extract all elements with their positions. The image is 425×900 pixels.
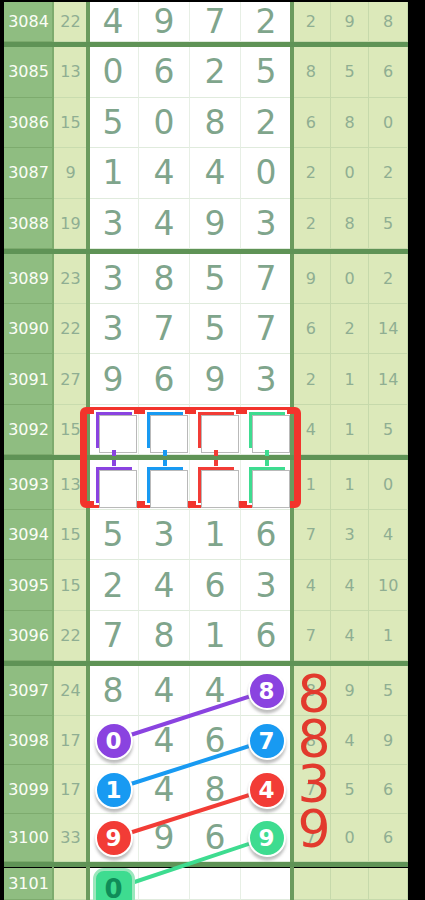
table-row: 3101 [4, 868, 408, 900]
digit-cell: 7 [241, 304, 292, 354]
digit-cell: 3 [88, 304, 139, 354]
dashed-connector [214, 450, 218, 466]
selected-tile[interactable]: 5 [247, 410, 287, 450]
group-separator [4, 661, 408, 666]
stat-cell: 1 [331, 354, 370, 405]
digit-cell: 9 [139, 2, 190, 42]
stat-cell: 5 [369, 666, 408, 716]
tile-shadow-plate [252, 415, 290, 453]
sum-cell: 15 [53, 98, 88, 149]
digit-cell: 8 [139, 611, 190, 661]
stat-cell [331, 868, 370, 900]
digit-cell [190, 868, 241, 900]
digit-cell: 6 [190, 716, 241, 765]
period-cell: 3084 [4, 2, 53, 42]
stat-cell: 2 [292, 199, 331, 250]
stat-cell: 8 [331, 98, 370, 149]
digit-cell: 3 [241, 354, 292, 405]
lottery-trend-chart: 3084224972298308513062585630861550826803… [0, 0, 425, 900]
stat-cell: 2 [331, 304, 370, 354]
group-separator [4, 42, 408, 47]
stat-cell: 4 [331, 611, 370, 661]
sum-cell: 19 [53, 199, 88, 250]
table-row: 30951524634410 [4, 560, 408, 611]
digit-cell: 3 [241, 199, 292, 250]
digit-cell: 5 [190, 254, 241, 304]
stat-cell: 0 [331, 148, 370, 199]
stat-cell: 4 [331, 716, 370, 765]
period-cell: 3092 [4, 405, 53, 455]
sum-cell: 33 [53, 814, 88, 862]
column-separator [52, 2, 54, 900]
period-cell: 3096 [4, 611, 53, 661]
tile-shadow-plate [150, 470, 188, 508]
digit-cell: 6 [139, 354, 190, 405]
table-row: 31003396706 [4, 814, 408, 862]
digit-cell: 8 [139, 254, 190, 304]
digit-cell: 4 [139, 199, 190, 250]
digit-cell [139, 868, 190, 900]
digit-cell: 9 [190, 199, 241, 250]
stat-cell: 5 [331, 47, 370, 98]
circled-digit[interactable]: 8 [248, 672, 286, 710]
stat-cell: 14 [369, 304, 408, 354]
digit-cell [241, 868, 292, 900]
group-separator [4, 249, 408, 254]
digit-cell: 3 [88, 199, 139, 250]
digit-cell: 4 [190, 666, 241, 716]
sum-cell: 22 [53, 304, 88, 354]
digit-cell: 5 [190, 304, 241, 354]
stat-cell: 8 [369, 2, 408, 42]
sum-cell: 13 [53, 47, 88, 98]
sum-cell [53, 868, 88, 900]
stat-cell: 5 [331, 765, 370, 814]
selected-tile[interactable]: 4 [247, 465, 287, 505]
selected-tile[interactable]: 3 [94, 465, 134, 505]
digit-cell: 8 [190, 98, 241, 149]
sum-cell: 15 [53, 510, 88, 560]
period-cell: 3101 [4, 868, 53, 900]
digit-cell: 3 [139, 510, 190, 560]
tile-shadow-plate [201, 470, 239, 508]
digit-cell: 6 [139, 47, 190, 98]
table-row: 30991748756 [4, 765, 408, 814]
stat-cell: 9 [292, 254, 331, 304]
digit-cell: 4 [139, 560, 190, 611]
digit-cell: 6 [190, 814, 241, 862]
digit-cell: 6 [241, 611, 292, 661]
stat-cell: 5 [369, 199, 408, 250]
period-cell: 3090 [4, 304, 53, 354]
stat-cell: 1 [331, 460, 370, 510]
handwritten-digit: 9 [294, 807, 334, 852]
circled-digit[interactable]: 0 [95, 722, 133, 760]
stat-cell: 0 [369, 460, 408, 510]
stat-cell [369, 868, 408, 900]
sum-cell: 27 [53, 354, 88, 405]
sum-cell: 22 [53, 611, 88, 661]
sum-cell: 23 [53, 254, 88, 304]
digit-cell: 2 [241, 2, 292, 42]
table-row: 309724844895 [4, 666, 408, 716]
digit-cell: 5 [241, 47, 292, 98]
digit-cell: 4 [139, 765, 190, 814]
digit-cell: 0 [88, 47, 139, 98]
period-cell: 3091 [4, 354, 53, 405]
stat-cell: 0 [331, 814, 370, 862]
period-cell: 3086 [4, 98, 53, 149]
circled-digit[interactable]: 9 [95, 819, 133, 857]
digit-cell: 7 [88, 611, 139, 661]
table-row: 3089233857902 [4, 254, 408, 304]
table-row: 3096227816741 [4, 611, 408, 661]
digit-cell: 5 [88, 510, 139, 560]
table-row: 30902237576214 [4, 304, 408, 354]
tile-shadow-plate [252, 470, 290, 508]
stat-cell: 7 [292, 611, 331, 661]
table-row: 30981746849 [4, 716, 408, 765]
selected-tile[interactable]: 1 [196, 410, 236, 450]
period-cell: 3085 [4, 47, 53, 98]
period-cell: 3095 [4, 560, 53, 611]
stat-cell: 7 [292, 510, 331, 560]
table-row: 308791440202 [4, 148, 408, 199]
tile-shadow-plate [201, 415, 239, 453]
tile-shadow-plate [150, 415, 188, 453]
digit-cell: 2 [190, 47, 241, 98]
digit-cell: 1 [190, 611, 241, 661]
stat-cell: 9 [331, 666, 370, 716]
selected-tile[interactable]: 4 [145, 465, 185, 505]
digit-cell: 6 [241, 510, 292, 560]
digit-cell: 8 [190, 765, 241, 814]
stat-cell: 2 [292, 148, 331, 199]
stat-cell: 5 [369, 405, 408, 455]
stat-cell: 2 [292, 2, 331, 42]
digit-cell: 2 [241, 98, 292, 149]
digit-cell: 7 [139, 304, 190, 354]
sum-cell: 17 [53, 765, 88, 814]
sum-cell: 22 [53, 2, 88, 42]
stat-cell: 3 [331, 510, 370, 560]
digit-cell: 9 [190, 354, 241, 405]
digit-cell: 1 [88, 148, 139, 199]
stat-cell: 9 [331, 2, 370, 42]
digit-cell: 9 [139, 814, 190, 862]
stat-cell: 2 [292, 354, 331, 405]
table-row: 3084224972298 [4, 2, 408, 42]
stat-cell: 4 [292, 560, 331, 611]
stat-cell: 2 [369, 254, 408, 304]
tile-shadow-plate [99, 415, 137, 453]
period-cell: 3100 [4, 814, 53, 862]
stat-cell: 2 [369, 148, 408, 199]
sum-cell: 15 [53, 560, 88, 611]
sum-cell: 9 [53, 148, 88, 199]
digit-cell: 1 [190, 510, 241, 560]
digit-cell: 7 [241, 254, 292, 304]
stat-cell: 6 [369, 47, 408, 98]
stat-cell: 8 [292, 47, 331, 98]
stat-cell: 9 [369, 716, 408, 765]
stat-cell: 6 [292, 98, 331, 149]
table-row: 30912796932114 [4, 354, 408, 405]
period-cell: 3089 [4, 254, 53, 304]
digit-cell: 5 [88, 98, 139, 149]
stat-cell: 1 [369, 611, 408, 661]
stat-cell: 6 [369, 765, 408, 814]
period-cell: 3093 [4, 460, 53, 510]
period-cell: 3087 [4, 148, 53, 199]
dashed-connector [265, 450, 269, 466]
stat-cell: 4 [331, 560, 370, 611]
dashed-connector [163, 450, 167, 466]
table-row: 3088193493285 [4, 199, 408, 250]
period-cell: 3088 [4, 199, 53, 250]
selected-tile[interactable]: 2 [196, 465, 236, 505]
digit-cell: 2 [88, 560, 139, 611]
stat-cell: 10 [369, 560, 408, 611]
digit-cell: 4 [190, 148, 241, 199]
table-row: 3086155082680 [4, 98, 408, 149]
sum-cell: 24 [53, 666, 88, 716]
stat-cell: 8 [331, 199, 370, 250]
period-cell: 3094 [4, 510, 53, 560]
period-cell: 3097 [4, 666, 53, 716]
stat-cell: 0 [369, 98, 408, 149]
handwritten-annotation: 8839 [294, 672, 334, 852]
stat-cell: 0 [331, 254, 370, 304]
table-row: 3085130625856 [4, 47, 408, 98]
rounded-tile[interactable]: 0 [93, 868, 135, 900]
selected-tile[interactable]: 4 [145, 410, 185, 450]
stat-cell: 4 [369, 510, 408, 560]
stat-cell: 1 [331, 405, 370, 455]
digit-cell: 0 [139, 98, 190, 149]
table-row: 3094155316734 [4, 510, 408, 560]
tile-shadow-plate [99, 470, 137, 508]
circled-digit[interactable]: 7 [248, 722, 286, 760]
digit-cell: 0 [241, 148, 292, 199]
digit-cell: 9 [88, 354, 139, 405]
digit-cell: 7 [190, 2, 241, 42]
circled-digit[interactable]: 1 [95, 771, 133, 809]
stat-cell [292, 868, 331, 900]
selected-tile[interactable]: 5 [94, 410, 134, 450]
digit-cell: 4 [139, 716, 190, 765]
dashed-connector [112, 450, 116, 466]
circled-digit[interactable]: 9 [248, 819, 286, 857]
sum-cell: 17 [53, 716, 88, 765]
digit-cell: 4 [139, 666, 190, 716]
period-cell: 3099 [4, 765, 53, 814]
stat-cell: 6 [292, 304, 331, 354]
digit-cell: 3 [88, 254, 139, 304]
digit-cell: 6 [190, 560, 241, 611]
stat-cell: 6 [369, 814, 408, 862]
digit-cell: 3 [241, 560, 292, 611]
group-separator [4, 862, 408, 867]
digit-cell: 8 [88, 666, 139, 716]
digit-cell: 4 [139, 148, 190, 199]
digit-cell: 4 [88, 2, 139, 42]
circled-digit[interactable]: 4 [248, 771, 286, 809]
period-cell: 3098 [4, 716, 53, 765]
stat-cell: 14 [369, 354, 408, 405]
